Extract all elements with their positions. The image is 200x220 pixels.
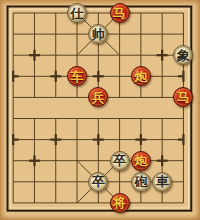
piece-ivory-elephant[interactable]: 象	[173, 45, 193, 65]
piece-red-horse[interactable]: 马	[110, 3, 130, 23]
piece-ivory-advisor[interactable]: 仕	[67, 3, 87, 23]
piece-red-general[interactable]: 将	[110, 193, 130, 213]
piece-ivory-general[interactable]: 帅	[88, 24, 108, 44]
piece-red-chariot[interactable]: 车	[67, 66, 87, 86]
piece-red-cannon[interactable]: 炮	[131, 151, 151, 171]
piece-ivory-chariot[interactable]: 車	[152, 172, 172, 192]
piece-ivory-soldier[interactable]: 卒	[110, 151, 130, 171]
piece-red-horse[interactable]: 马	[173, 87, 193, 107]
piece-red-cannon[interactable]: 炮	[131, 66, 151, 86]
piece-red-soldier[interactable]: 兵	[88, 87, 108, 107]
xiangqi-board: 仕马帅象车炮兵马卒炮卒砲車将	[0, 0, 200, 220]
piece-ivory-soldier[interactable]: 卒	[88, 172, 108, 192]
piece-layer: 仕马帅象车炮兵马卒炮卒砲車将	[0, 0, 200, 220]
piece-ivory-cannon[interactable]: 砲	[131, 172, 151, 192]
